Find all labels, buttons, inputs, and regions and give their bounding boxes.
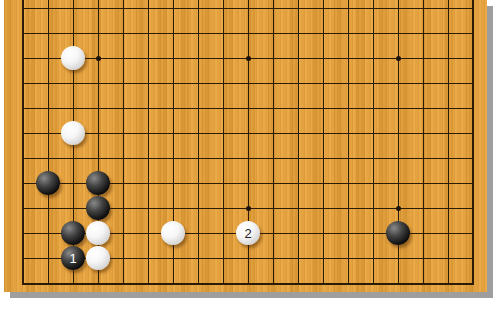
grid-vertical-line [348, 0, 349, 285]
move-number-label: 1 [69, 252, 76, 265]
move-number-label: 2 [244, 227, 251, 240]
grid-vertical-line [298, 0, 299, 285]
grid-horizontal-line [22, 83, 474, 84]
grid-vertical-line [448, 0, 449, 285]
grid-horizontal-line [22, 158, 474, 159]
grid-vertical-line [323, 0, 324, 285]
star-point [396, 206, 401, 211]
grid-vertical-line [48, 0, 49, 285]
stone-black-c2[interactable]: 1 [61, 246, 85, 270]
grid-horizontal-line [22, 8, 474, 9]
grid-vertical-line [22, 0, 24, 285]
grid-horizontal-line [22, 283, 474, 285]
grid-horizontal-line [22, 133, 474, 134]
grid-vertical-line [148, 0, 149, 285]
grid-vertical-line [373, 0, 374, 285]
grid-horizontal-line [22, 108, 474, 109]
grid-vertical-line [273, 0, 274, 285]
stone-black-c3[interactable] [61, 221, 85, 245]
stone-black-q3[interactable] [386, 221, 410, 245]
star-point [396, 56, 401, 61]
grid-vertical-line [123, 0, 124, 285]
stone-white-c10[interactable] [61, 46, 85, 70]
stone-black-b5[interactable] [36, 171, 60, 195]
stone-black-d4[interactable] [86, 196, 110, 220]
stone-white-d2[interactable] [86, 246, 110, 270]
grid-vertical-line [198, 0, 199, 285]
grid-horizontal-line [22, 33, 474, 34]
stone-white-c7[interactable] [61, 121, 85, 145]
stone-white-k3[interactable]: 2 [236, 221, 260, 245]
star-point [96, 56, 101, 61]
stone-black-d5[interactable] [86, 171, 110, 195]
grid-vertical-line [472, 0, 474, 285]
stone-white-d3[interactable] [86, 221, 110, 245]
stone-white-g3[interactable] [161, 221, 185, 245]
grid-vertical-line [423, 0, 424, 285]
grid-vertical-line [223, 0, 224, 285]
star-point [246, 56, 251, 61]
star-point [246, 206, 251, 211]
go-board[interactable]: 12 [4, 0, 487, 292]
